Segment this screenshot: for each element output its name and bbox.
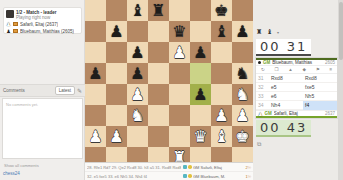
square-g3[interactable]: ♟: [211, 105, 232, 126]
chevron-down-icon[interactable]: ▾: [277, 30, 279, 35]
player-name: Safarli, Eltaj (2637): [20, 22, 58, 27]
strip-row-2: 32. e5 fxe5 33. e6 Nh5 34. Nh4 f4GM Blue…: [85, 172, 253, 180]
move-number: 32: [256, 83, 269, 92]
square-a1[interactable]: [85, 147, 106, 162]
move-row-33: 33e6Nh5: [256, 92, 337, 101]
comments-panel[interactable]: No comments yet.: [2, 98, 83, 159]
comments-label: Comments: [3, 88, 53, 93]
square-c5[interactable]: ♟: [127, 63, 148, 84]
white-move[interactable]: e5: [269, 83, 303, 92]
right-panel: ♜ ♝ ▾ 00 31 GM Bluebaum, Matthias 2605 ↻…: [253, 0, 343, 180]
match-player-white[interactable]: ♟Safarli, Eltaj (2637): [6, 21, 79, 27]
square-e5[interactable]: [169, 63, 190, 84]
square-e4[interactable]: [169, 84, 190, 105]
square-f3[interactable]: [190, 105, 211, 126]
flip-board-icon[interactable]: ↻: [261, 67, 265, 72]
captured-pieces-glyphs: ♜ ♝: [256, 28, 274, 36]
eval-icon[interactable]: ▲: [288, 67, 292, 72]
square-g5[interactable]: [211, 63, 232, 84]
square-b2[interactable]: ♟: [106, 126, 127, 147]
standings-player-name[interactable]: GM Safarli, Eltaj: [193, 165, 244, 170]
black-rook-d8[interactable]: ♜: [151, 0, 165, 21]
match-player-black[interactable]: ♟Bluebaum, Matthias (2605): [6, 28, 79, 34]
black-pawn-h7[interactable]: ♟: [235, 21, 249, 42]
white-player-rating: 2637: [325, 111, 335, 116]
square-c2[interactable]: [127, 126, 148, 147]
moves-ribbon[interactable]: 28. Rfe1 Rd7 29. Qe2 Rcd8 30. h3 a5 31. …: [87, 165, 181, 170]
move-number: 33: [256, 92, 269, 101]
black-player-row[interactable]: GM Bluebaum, Matthias 2605: [256, 58, 337, 66]
board-view-icon[interactable]: ❐: [274, 67, 278, 72]
white-color-pawn-icon: ♟: [258, 111, 262, 117]
square-d6[interactable]: [148, 42, 169, 63]
broadcast-badge-icon: [183, 174, 187, 178]
square-h7[interactable]: ♟: [232, 21, 253, 42]
title-dot-icon: [188, 174, 192, 178]
move-row-34: 34Nh4f4: [256, 101, 337, 110]
match-info-card[interactable]: 1/2 - Match - leader Playing right now ♟…: [3, 7, 82, 34]
white-queen-f2[interactable]: ♛: [193, 126, 207, 147]
square-a3[interactable]: [85, 105, 106, 126]
white-move[interactable]: e6: [269, 92, 303, 101]
white-title-badge: GM: [264, 111, 271, 116]
square-h5[interactable]: ♞: [232, 63, 253, 84]
square-h1[interactable]: [232, 147, 253, 162]
square-c8[interactable]: ♝: [127, 0, 148, 21]
black-move[interactable]: f4: [303, 101, 337, 110]
moves-ribbon[interactable]: 32. e5 fxe5 33. e6 Nh5 34. Nh4 f4: [87, 174, 181, 179]
flag-icon[interactable]: ⚑: [316, 67, 320, 72]
black-title-badge: GM: [263, 60, 270, 65]
square-a5[interactable]: ♟: [85, 63, 106, 84]
move-toolbar: ↻❐▲◆⚑≡: [256, 66, 337, 74]
square-e7[interactable]: ♛: [169, 21, 190, 42]
event-logo: [6, 10, 14, 18]
black-move[interactable]: fxe5: [303, 83, 337, 92]
square-f7[interactable]: [190, 21, 211, 42]
square-g8[interactable]: ♚: [211, 0, 232, 21]
square-b6[interactable]: [106, 42, 127, 63]
standings-player-name[interactable]: GM Bluebaum, M.: [193, 174, 244, 179]
square-e3[interactable]: [169, 105, 190, 126]
square-f6[interactable]: ♟: [190, 42, 211, 63]
board-grid: ♝♜♚♟♛♝♟♟♟♟♟♟♞♟♟♞♞♟♟♟♟♛♝♚♜: [85, 0, 253, 162]
black-player-rating: 2605: [325, 60, 335, 65]
black-knight-h5[interactable]: ♞: [235, 63, 249, 84]
white-pawn-g3[interactable]: ♟: [214, 105, 228, 126]
square-c1[interactable]: [127, 147, 148, 162]
white-pawn-h3[interactable]: ♟: [235, 105, 249, 126]
white-player-row[interactable]: ♟ GM Safarli, Eltaj 2637: [256, 110, 337, 118]
square-d8[interactable]: ♜: [148, 0, 169, 21]
white-knight-c3[interactable]: ♞: [130, 105, 144, 126]
black-player-name: Bluebaum, Matthias: [272, 60, 323, 65]
square-g7[interactable]: ♝: [211, 21, 232, 42]
square-a8[interactable]: [85, 0, 106, 21]
square-g6[interactable]: [211, 42, 232, 63]
square-f4[interactable]: ♟: [190, 84, 211, 105]
move-number: 34: [256, 101, 269, 110]
edit-pencil-icon[interactable]: ✎: [77, 87, 82, 94]
square-h3[interactable]: ♟: [232, 105, 253, 126]
square-c7[interactable]: [127, 21, 148, 42]
black-pawn-f4[interactable]: ♟: [193, 84, 207, 105]
square-b4[interactable]: [106, 84, 127, 105]
square-c3[interactable]: ♞: [127, 105, 148, 126]
square-b3[interactable]: [106, 105, 127, 126]
white-pawn-c4[interactable]: ♟: [130, 84, 144, 105]
notation-strip: 28. Rfe1 Rd7 29. Qe2 Rcd8 30. h3 a5 31. …: [85, 162, 253, 180]
black-clock: 00 31: [256, 39, 311, 56]
black-queen-e7[interactable]: ♛: [172, 21, 186, 42]
strip-row-1: 28. Rfe1 Rd7 29. Qe2 Rcd8 30. h3 a5 31. …: [85, 163, 253, 172]
square-a6[interactable]: [85, 42, 106, 63]
square-f2[interactable]: ♛: [190, 126, 211, 147]
square-d4[interactable]: [148, 84, 169, 105]
broadcast-badge-icon: [183, 165, 187, 169]
comments-toolbar: Comments Latest ✎: [0, 84, 85, 97]
black-pawn-c6[interactable]: ♟: [130, 42, 144, 63]
copy-pgn-icon[interactable]: ⧉: [257, 141, 261, 148]
black-pawn-icon: ♟: [6, 29, 11, 34]
square-a4[interactable]: [85, 84, 106, 105]
square-e1[interactable]: ♜: [169, 147, 190, 162]
square-h2[interactable]: ♚: [232, 126, 253, 147]
captured-pieces: ♜ ♝ ▾: [256, 28, 279, 36]
black-bishop-c8[interactable]: ♝: [130, 0, 144, 21]
white-clock: 00 43: [256, 120, 311, 137]
site-link[interactable]: chess24: [3, 171, 20, 176]
standings-score: 1½: [245, 174, 251, 179]
black-move[interactable]: Rxd8: [303, 74, 337, 83]
move-number: 31: [256, 74, 269, 83]
square-b7[interactable]: ♟: [106, 21, 127, 42]
standings-score: 2½: [245, 165, 251, 170]
white-move[interactable]: Nh4: [269, 101, 303, 110]
move-row-31: 31Rxd8Rxd8: [256, 74, 337, 83]
chess-board[interactable]: ♝♜♚♟♛♝♟♟♟♟♟♟♞♟♟♞♞♟♟♟♟♛♝♚♜: [85, 0, 253, 162]
square-b5[interactable]: [106, 63, 127, 84]
title-dot-icon: [188, 165, 192, 169]
match-subtitle: Playing right now: [16, 15, 57, 20]
scrollbar[interactable]: [338, 0, 343, 180]
comments-empty-text: No comments yet.: [6, 102, 79, 107]
white-pawn-e6[interactable]: ♟: [172, 42, 186, 63]
player-flag-icon: [13, 22, 18, 26]
square-d1[interactable]: [148, 147, 169, 162]
square-c6[interactable]: ♟: [127, 42, 148, 63]
square-b8[interactable]: [106, 0, 127, 21]
square-h4[interactable]: ♞: [232, 84, 253, 105]
square-a2[interactable]: ♟: [85, 126, 106, 147]
white-knight-h4[interactable]: ♞: [235, 84, 249, 105]
square-b1[interactable]: [106, 147, 127, 162]
game-card: GM Bluebaum, Matthias 2605 ↻❐▲◆⚑≡ 31Rxd8…: [255, 57, 338, 119]
comments-sort-button[interactable]: Latest: [55, 86, 75, 95]
player-name: Bluebaum, Matthias (2605): [20, 29, 74, 34]
square-c4[interactable]: ♟: [127, 84, 148, 105]
square-d3[interactable]: [148, 105, 169, 126]
white-move[interactable]: Rxd8: [269, 74, 303, 83]
menu-icon[interactable]: ≡: [329, 67, 332, 72]
square-f1[interactable]: [190, 147, 211, 162]
square-e6[interactable]: ♟: [169, 42, 190, 63]
white-pawn-icon: ♟: [6, 22, 11, 27]
square-d5[interactable]: [148, 63, 169, 84]
black-pawn-b7[interactable]: ♟: [109, 21, 123, 42]
square-h8[interactable]: [232, 0, 253, 21]
white-pawn-b2[interactable]: ♟: [109, 126, 123, 147]
square-g1[interactable]: [211, 147, 232, 162]
move-list: 31Rxd8Rxd832e5fxe533e6Nh534Nh4f4: [256, 74, 337, 110]
black-bishop-g7[interactable]: ♝: [214, 21, 228, 42]
player-flag-icon: [13, 29, 18, 33]
square-e8[interactable]: [169, 0, 190, 21]
black-color-dot: [258, 61, 261, 64]
black-pawn-a5[interactable]: ♟: [88, 63, 102, 84]
white-pawn-a2[interactable]: ♟: [88, 126, 102, 147]
square-f8[interactable]: [190, 0, 211, 21]
black-pawn-f6[interactable]: ♟: [193, 42, 207, 63]
chess-broadcast-page: 1/2 - Match - leader Playing right now ♟…: [0, 0, 343, 180]
black-move[interactable]: Nh5: [303, 92, 337, 101]
black-pawn-c5[interactable]: ♟: [130, 63, 144, 84]
comments-footer-note: Show all comments: [4, 163, 39, 168]
black-king-g8[interactable]: ♚: [214, 0, 228, 21]
square-g4[interactable]: [211, 84, 232, 105]
match-players: ♟Safarli, Eltaj (2637)♟Bluebaum, Matthia…: [6, 21, 79, 34]
white-player-name: Safarli, Eltaj: [274, 111, 323, 116]
white-king-h2[interactable]: ♚: [235, 126, 249, 147]
move-row-32: 32e5fxe5: [256, 83, 337, 92]
square-h6[interactable]: [232, 42, 253, 63]
square-d2[interactable]: [148, 126, 169, 147]
square-f5[interactable]: [190, 63, 211, 84]
left-sidebar: 1/2 - Match - leader Playing right now ♟…: [0, 0, 85, 180]
square-d7[interactable]: [148, 21, 169, 42]
square-g2[interactable]: ♝: [211, 126, 232, 147]
square-a7[interactable]: [85, 21, 106, 42]
white-rook-e1[interactable]: ♜: [172, 147, 186, 162]
scrollbar-thumb[interactable]: [339, 2, 343, 60]
white-bishop-g2[interactable]: ♝: [214, 126, 228, 147]
engine-icon[interactable]: ◆: [302, 67, 305, 72]
square-e2[interactable]: [169, 126, 190, 147]
